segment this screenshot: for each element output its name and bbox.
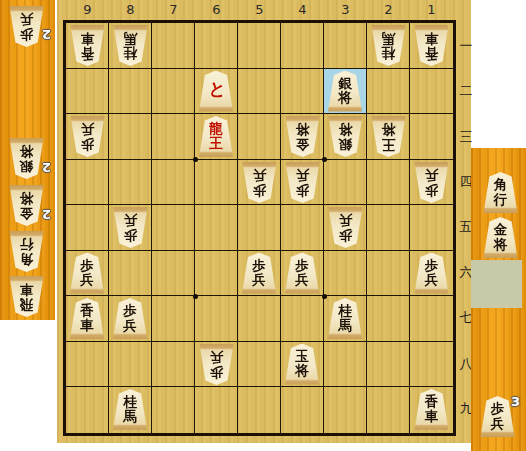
square-47[interactable] xyxy=(281,296,324,342)
square-81[interactable]: 桂馬 xyxy=(109,23,152,69)
piece-kanji: 歩兵 xyxy=(123,214,138,243)
square-28[interactable] xyxy=(367,342,410,388)
piece-kanji: 歩兵 xyxy=(80,258,95,287)
hoshi-dot xyxy=(193,157,198,162)
sente-hand-stand: 角行 金将 歩兵 3 xyxy=(471,148,526,451)
square-44[interactable]: 歩兵 xyxy=(281,160,324,206)
square-86[interactable] xyxy=(109,251,152,297)
piece-gote-14[interactable]: 歩兵 xyxy=(413,162,450,203)
square-71[interactable] xyxy=(152,23,195,69)
square-36[interactable] xyxy=(324,251,367,297)
square-67[interactable] xyxy=(195,296,238,342)
square-74[interactable] xyxy=(152,160,195,206)
square-75[interactable] xyxy=(152,205,195,251)
file-label-8: 8 xyxy=(109,0,152,20)
piece-sente-32[interactable]: 銀将 xyxy=(327,71,364,112)
square-25[interactable] xyxy=(367,205,410,251)
square-59[interactable] xyxy=(238,387,281,433)
piece-sente-96[interactable]: 歩兵 xyxy=(69,253,106,294)
square-39[interactable] xyxy=(324,387,367,433)
square-22[interactable] xyxy=(367,69,410,115)
piece-kanji: 龍王 xyxy=(209,121,224,150)
square-34[interactable] xyxy=(324,160,367,206)
square-42[interactable] xyxy=(281,69,324,115)
piece-kanji: 歩兵 xyxy=(80,123,95,152)
square-84[interactable] xyxy=(109,160,152,206)
file-labels: 9 8 7 6 5 4 3 2 1 xyxy=(66,0,453,20)
square-37[interactable]: 桂馬 xyxy=(324,296,367,342)
piece-kanji: 歩兵 xyxy=(424,169,439,198)
piece-sente-97[interactable]: 香車 xyxy=(69,298,106,339)
piece-gote-93[interactable]: 歩兵 xyxy=(69,116,106,157)
square-31[interactable] xyxy=(324,23,367,69)
piece-kanji: 香車 xyxy=(424,394,439,423)
square-11[interactable]: 香車 xyxy=(410,23,453,69)
piece-sente-89[interactable]: 桂馬 xyxy=(112,389,149,430)
square-55[interactable] xyxy=(238,205,281,251)
square-32[interactable]: 銀将 xyxy=(324,69,367,115)
hand-piece-gote-gold[interactable]: 金将 xyxy=(8,185,45,226)
square-46[interactable]: 歩兵 xyxy=(281,251,324,297)
square-68[interactable]: 歩兵 xyxy=(195,342,238,388)
piece-kanji: 歩兵 xyxy=(252,258,267,287)
square-35[interactable]: 歩兵 xyxy=(324,205,367,251)
piece-sente-16[interactable]: 歩兵 xyxy=(413,253,450,294)
square-18[interactable] xyxy=(410,342,453,388)
piece-kanji: 桂馬 xyxy=(381,32,396,61)
square-12[interactable] xyxy=(410,69,453,115)
piece-sente-48[interactable]: 玉将 xyxy=(284,344,321,385)
square-94[interactable] xyxy=(66,160,109,206)
hand-piece-gote-bishop[interactable]: 角行 xyxy=(8,231,45,272)
rank-label-1: 一 xyxy=(458,23,474,68)
gote-hand-stand: 歩兵 2 銀将 2 金将 2 角行 飛車 xyxy=(0,0,55,320)
piece-kanji: 王将 xyxy=(381,123,396,152)
square-93[interactable]: 歩兵 xyxy=(66,114,109,160)
square-53[interactable] xyxy=(238,114,281,160)
hand-count-gote-silver: 2 xyxy=(42,160,51,175)
hand-piece-sente-bishop-label: 角行 xyxy=(493,177,508,206)
piece-kanji: 歩兵 xyxy=(295,169,310,198)
piece-kanji: 歩兵 xyxy=(338,214,353,243)
square-82[interactable] xyxy=(109,69,152,115)
square-45[interactable] xyxy=(281,205,324,251)
square-57[interactable] xyxy=(238,296,281,342)
square-61[interactable] xyxy=(195,23,238,69)
hoshi-dot xyxy=(322,294,327,299)
file-label-6: 6 xyxy=(195,0,238,20)
file-label-5: 5 xyxy=(238,0,281,20)
hand-piece-sente-bishop[interactable]: 角行 xyxy=(482,172,519,213)
piece-kanji: 香車 xyxy=(424,32,439,61)
piece-gote-68[interactable]: 歩兵 xyxy=(198,344,235,385)
file-label-1: 1 xyxy=(410,0,453,20)
file-label-3: 3 xyxy=(324,0,367,20)
piece-kanji: 桂馬 xyxy=(123,32,138,61)
square-62[interactable]: と xyxy=(195,69,238,115)
piece-kanji: 歩兵 xyxy=(424,258,439,287)
piece-sente-56[interactable]: 歩兵 xyxy=(241,253,278,294)
square-14[interactable]: 歩兵 xyxy=(410,160,453,206)
hand-count-gote-gold: 2 xyxy=(42,207,51,222)
hand-piece-gote-pawn-label: 歩兵 xyxy=(19,13,34,42)
piece-gote-54[interactable]: 歩兵 xyxy=(241,162,278,203)
piece-kanji: 歩兵 xyxy=(209,351,224,380)
square-83[interactable] xyxy=(109,114,152,160)
piece-kanji: 歩兵 xyxy=(295,258,310,287)
piece-gote-43[interactable]: 金将 xyxy=(284,116,321,157)
piece-kanji: 香車 xyxy=(80,303,95,332)
piece-kanji: 桂馬 xyxy=(123,394,138,423)
square-49[interactable] xyxy=(281,387,324,433)
square-76[interactable] xyxy=(152,251,195,297)
square-33[interactable]: 銀将 xyxy=(324,114,367,160)
piece-kanji: と xyxy=(209,80,224,98)
hand-piece-gote-silver-label: 銀将 xyxy=(19,145,34,174)
piece-gote-21[interactable]: 桂馬 xyxy=(370,25,407,66)
piece-kanji: 歩兵 xyxy=(123,303,138,332)
square-98[interactable] xyxy=(66,342,109,388)
shogi-app: 歩兵 2 銀将 2 金将 2 角行 飛車 9 8 7 6 5 4 3 2 1 xyxy=(0,0,526,451)
file-label-2: 2 xyxy=(367,0,410,20)
piece-sente-46[interactable]: 歩兵 xyxy=(284,253,321,294)
square-64[interactable] xyxy=(195,160,238,206)
piece-kanji: 玉将 xyxy=(295,349,310,378)
square-41[interactable] xyxy=(281,23,324,69)
piece-kanji: 桂馬 xyxy=(338,303,353,332)
square-43[interactable]: 金将 xyxy=(281,114,324,160)
hand-count-sente-pawn: 3 xyxy=(511,394,520,409)
hand-piece-gote-pawn[interactable]: 歩兵 xyxy=(8,6,45,47)
piece-kanji: 銀将 xyxy=(338,76,353,105)
hand-piece-sente-gold[interactable]: 金将 xyxy=(482,217,519,258)
square-17[interactable] xyxy=(410,296,453,342)
file-label-9: 9 xyxy=(66,0,109,20)
square-88[interactable] xyxy=(109,342,152,388)
hand-count-gote-pawn: 2 xyxy=(42,27,51,42)
square-72[interactable] xyxy=(152,69,195,115)
square-95[interactable] xyxy=(66,205,109,251)
square-48[interactable]: 玉将 xyxy=(281,342,324,388)
hand-piece-gote-gold-label: 金将 xyxy=(19,192,34,221)
square-66[interactable] xyxy=(195,251,238,297)
piece-gote-23[interactable]: 王将 xyxy=(370,116,407,157)
piece-gote-44[interactable]: 歩兵 xyxy=(284,162,321,203)
square-85[interactable]: 歩兵 xyxy=(109,205,152,251)
square-21[interactable]: 桂馬 xyxy=(367,23,410,69)
piece-kanji: 歩兵 xyxy=(252,169,267,198)
hand-piece-sente-gold-label: 金将 xyxy=(493,222,508,251)
square-23[interactable]: 王将 xyxy=(367,114,410,160)
square-78[interactable] xyxy=(152,342,195,388)
hand-piece-gote-bishop-label: 角行 xyxy=(19,238,34,267)
square-52[interactable] xyxy=(238,69,281,115)
square-77[interactable] xyxy=(152,296,195,342)
piece-sente-87[interactable]: 歩兵 xyxy=(112,298,149,339)
piece-gote-91[interactable]: 香車 xyxy=(69,25,106,66)
piece-gote-11[interactable]: 香車 xyxy=(413,25,450,66)
square-91[interactable]: 香車 xyxy=(66,23,109,69)
piece-gote-81[interactable]: 桂馬 xyxy=(112,25,149,66)
square-29[interactable] xyxy=(367,387,410,433)
piece-sente-63[interactable]: 龍王 xyxy=(198,116,235,157)
square-19[interactable]: 香車 xyxy=(410,387,453,433)
piece-gote-33[interactable]: 銀将 xyxy=(327,116,364,157)
square-38[interactable] xyxy=(324,342,367,388)
square-73[interactable] xyxy=(152,114,195,160)
square-99[interactable] xyxy=(66,387,109,433)
piece-sente-62[interactable]: と xyxy=(198,71,235,112)
hoshi-dot xyxy=(322,157,327,162)
piece-sente-37[interactable]: 桂馬 xyxy=(327,298,364,339)
square-51[interactable] xyxy=(238,23,281,69)
rank-label-2: 二 xyxy=(458,68,474,113)
square-26[interactable] xyxy=(367,251,410,297)
square-56[interactable]: 歩兵 xyxy=(238,251,281,297)
square-58[interactable] xyxy=(238,342,281,388)
square-65[interactable] xyxy=(195,205,238,251)
square-97[interactable]: 香車 xyxy=(66,296,109,342)
square-27[interactable] xyxy=(367,296,410,342)
piece-kanji: 金将 xyxy=(295,123,310,152)
empty-hand-slot xyxy=(471,260,522,308)
piece-kanji: 香車 xyxy=(80,32,95,61)
square-89[interactable]: 桂馬 xyxy=(109,387,152,433)
shogi-board: 9 8 7 6 5 4 3 2 1 香車桂馬桂馬香車と銀将歩兵龍王金将銀将王将歩… xyxy=(57,0,471,443)
file-label-4: 4 xyxy=(281,0,324,20)
square-54[interactable]: 歩兵 xyxy=(238,160,281,206)
file-label-7: 7 xyxy=(152,0,195,20)
square-79[interactable] xyxy=(152,387,195,433)
piece-sente-19[interactable]: 香車 xyxy=(413,389,450,430)
square-13[interactable] xyxy=(410,114,453,160)
hand-piece-gote-rook-label: 飛車 xyxy=(19,283,34,312)
hand-piece-gote-rook[interactable]: 飛車 xyxy=(8,276,45,317)
square-16[interactable]: 歩兵 xyxy=(410,251,453,297)
hand-piece-gote-silver[interactable]: 銀将 xyxy=(8,138,45,179)
square-87[interactable]: 歩兵 xyxy=(109,296,152,342)
piece-gote-35[interactable]: 歩兵 xyxy=(327,207,364,248)
square-63[interactable]: 龍王 xyxy=(195,114,238,160)
square-15[interactable] xyxy=(410,205,453,251)
square-96[interactable]: 歩兵 xyxy=(66,251,109,297)
piece-gote-85[interactable]: 歩兵 xyxy=(112,207,149,248)
square-69[interactable] xyxy=(195,387,238,433)
piece-kanji: 銀将 xyxy=(338,123,353,152)
hand-piece-sente-pawn-label: 歩兵 xyxy=(490,401,505,430)
board-grid: 香車桂馬桂馬香車と銀将歩兵龍王金将銀将王将歩兵歩兵歩兵歩兵歩兵歩兵歩兵歩兵歩兵香… xyxy=(63,20,456,436)
hoshi-dot xyxy=(193,294,198,299)
square-24[interactable] xyxy=(367,160,410,206)
square-92[interactable] xyxy=(66,69,109,115)
